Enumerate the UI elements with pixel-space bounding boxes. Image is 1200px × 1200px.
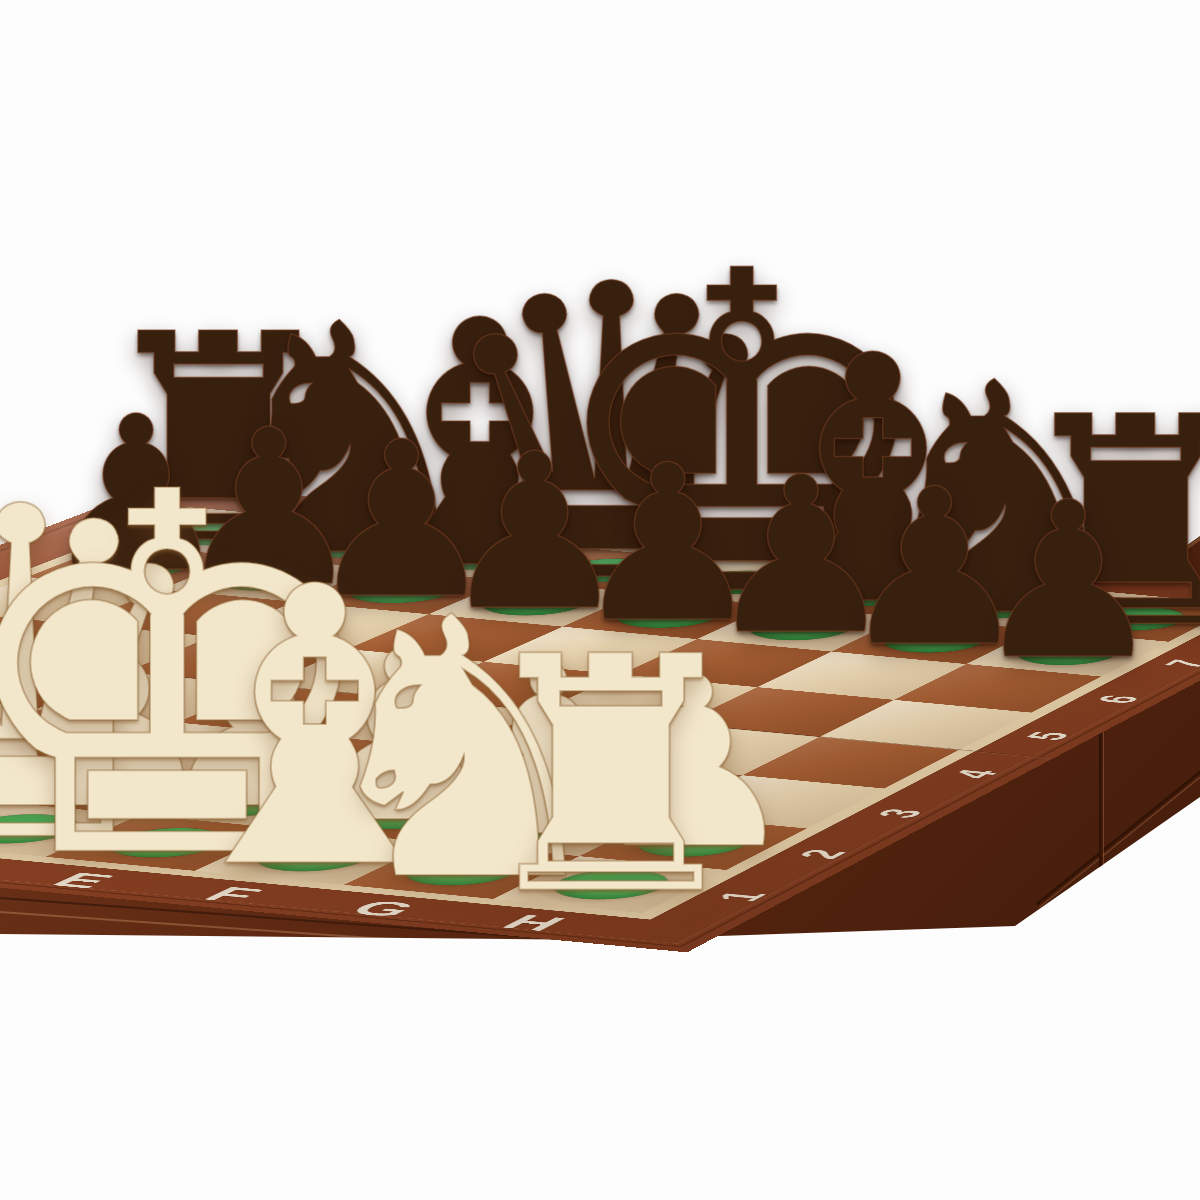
pieces-layer: ♜♞♝♟♛♟♚♟♝♟♞♟♜♟♟♟♟♟♟♜♟♞♟♝♟♟♛♟♚♝♞♜ [0, 0, 1200, 1200]
piece-white-rook-h1[interactable]: ♜ [465, 615, 756, 940]
piece-black-pawn-h7[interactable]: ♟ [971, 474, 1165, 690]
chess-set-scene: ABCDEFGH 12345678 ♜♞♝♟♛♟♚♟♝♟♞♟♜♟♟♟♟♟♟♜♟♞… [0, 0, 1200, 1200]
